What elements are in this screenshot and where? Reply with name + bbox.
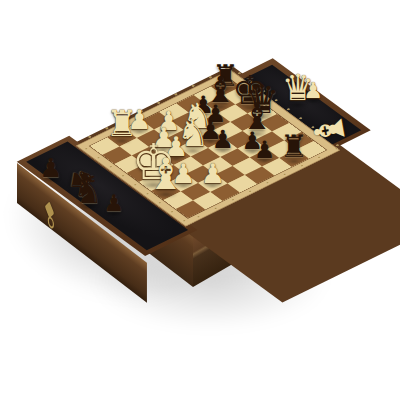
- piece-white-bishop-f1[interactable]: ♝: [147, 153, 186, 196]
- brass-screw-icon: [109, 166, 113, 168]
- chess-box-scene: ♜♚♛♝♝♜♟♟♟♟♞♟♟♟♞♟♟♟♟♜♟♚♝♛♟♝♟♞♞♟: [0, 0, 400, 400]
- brass-screw-icon: [182, 220, 186, 222]
- brass-screw-icon: [283, 173, 287, 175]
- piece-black-pawn-g6[interactable]: ♟: [254, 138, 276, 162]
- captured-white-bishop[interactable]: ♝: [306, 109, 352, 151]
- brass-screw-icon: [158, 202, 162, 204]
- brass-screw-icon: [197, 216, 201, 218]
- captured-black-knight[interactable]: ♞: [73, 175, 103, 208]
- brass-screw-icon: [214, 207, 218, 209]
- brass-screw-icon: [335, 148, 339, 150]
- brass-screw-icon: [231, 199, 235, 201]
- captured-black-pawn[interactable]: ♟: [104, 192, 125, 215]
- brass-ring-icon: [48, 215, 54, 231]
- brass-screw-icon: [317, 156, 321, 158]
- brass-screw-icon: [174, 93, 178, 95]
- brass-screw-icon: [248, 190, 252, 192]
- captured-white-queen[interactable]: ♛: [282, 70, 314, 106]
- piece-black-rook-h7[interactable]: ♜: [280, 131, 308, 162]
- captured-black-pawn[interactable]: ♟: [39, 155, 62, 181]
- brass-screw-icon: [97, 157, 101, 159]
- piece-black-pawn-e5[interactable]: ♟: [212, 127, 234, 152]
- brass-screw-icon: [121, 175, 125, 177]
- piece-white-pawn-g3[interactable]: ♟: [201, 160, 225, 187]
- brass-screw-icon: [84, 148, 88, 150]
- brass-screw-icon: [300, 165, 304, 167]
- brass-screw-icon: [266, 182, 270, 184]
- brass-screw-icon: [170, 211, 174, 213]
- brass-screw-icon: [157, 102, 161, 104]
- brass-screw-icon: [88, 136, 92, 138]
- brass-screw-icon: [191, 85, 195, 87]
